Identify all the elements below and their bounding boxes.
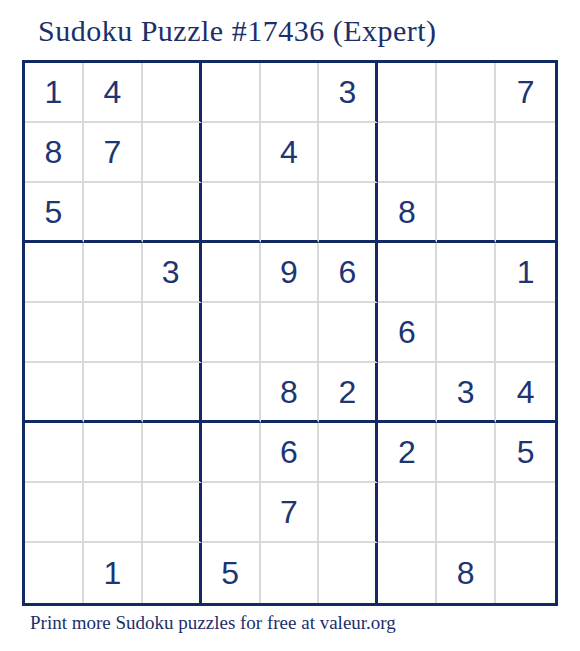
cell-r1c2[interactable]: 4 [84, 63, 143, 123]
cell-r3c9[interactable] [496, 183, 555, 243]
cell-r1c1[interactable]: 1 [25, 63, 84, 123]
cell-r2c4[interactable] [202, 123, 261, 183]
cell-r9c3[interactable] [143, 543, 202, 603]
cell-r9c6[interactable] [319, 543, 378, 603]
cell-r6c7[interactable] [378, 363, 437, 423]
cell-r1c6[interactable]: 3 [319, 63, 378, 123]
cell-r2c9[interactable] [496, 123, 555, 183]
cell-r4c1[interactable] [25, 243, 84, 303]
cell-r5c9[interactable] [496, 303, 555, 363]
cell-r3c4[interactable] [202, 183, 261, 243]
cell-r6c6[interactable]: 2 [319, 363, 378, 423]
cell-r9c7[interactable] [378, 543, 437, 603]
cell-r3c2[interactable] [84, 183, 143, 243]
cell-r8c2[interactable] [84, 483, 143, 543]
cell-r2c5[interactable]: 4 [261, 123, 320, 183]
cell-r2c1[interactable]: 8 [25, 123, 84, 183]
cell-r7c9[interactable]: 5 [496, 423, 555, 483]
cell-r2c7[interactable] [378, 123, 437, 183]
cell-r3c6[interactable] [319, 183, 378, 243]
cell-r2c6[interactable] [319, 123, 378, 183]
cell-r1c5[interactable] [261, 63, 320, 123]
cell-r6c9[interactable]: 4 [496, 363, 555, 423]
cell-r8c8[interactable] [437, 483, 496, 543]
cell-r5c4[interactable] [202, 303, 261, 363]
cell-r8c7[interactable] [378, 483, 437, 543]
cell-r7c4[interactable] [202, 423, 261, 483]
cell-r5c8[interactable] [437, 303, 496, 363]
cell-r6c4[interactable] [202, 363, 261, 423]
cell-r7c2[interactable] [84, 423, 143, 483]
cell-r8c1[interactable] [25, 483, 84, 543]
cell-r5c7[interactable]: 6 [378, 303, 437, 363]
cell-r8c6[interactable] [319, 483, 378, 543]
cell-r5c1[interactable] [25, 303, 84, 363]
cell-r7c1[interactable] [25, 423, 84, 483]
cell-r8c5[interactable]: 7 [261, 483, 320, 543]
cell-r4c9[interactable]: 1 [496, 243, 555, 303]
cell-r9c4[interactable]: 5 [202, 543, 261, 603]
cell-r2c8[interactable] [437, 123, 496, 183]
cell-r1c3[interactable] [143, 63, 202, 123]
cell-r5c3[interactable] [143, 303, 202, 363]
cell-r7c7[interactable]: 2 [378, 423, 437, 483]
cell-r9c9[interactable] [496, 543, 555, 603]
cell-r8c4[interactable] [202, 483, 261, 543]
cell-r6c3[interactable] [143, 363, 202, 423]
cell-r7c8[interactable] [437, 423, 496, 483]
cell-r5c6[interactable] [319, 303, 378, 363]
cell-r7c6[interactable] [319, 423, 378, 483]
cell-r4c4[interactable] [202, 243, 261, 303]
cell-r4c7[interactable] [378, 243, 437, 303]
cell-r9c8[interactable]: 8 [437, 543, 496, 603]
cell-r6c8[interactable]: 3 [437, 363, 496, 423]
cell-r7c3[interactable] [143, 423, 202, 483]
cell-r2c3[interactable] [143, 123, 202, 183]
cell-r4c2[interactable] [84, 243, 143, 303]
cell-r1c4[interactable] [202, 63, 261, 123]
cell-r8c9[interactable] [496, 483, 555, 543]
cell-r9c1[interactable] [25, 543, 84, 603]
cell-r2c2[interactable]: 7 [84, 123, 143, 183]
cell-r3c1[interactable]: 5 [25, 183, 84, 243]
cell-r4c6[interactable]: 6 [319, 243, 378, 303]
cell-r9c5[interactable] [261, 543, 320, 603]
cell-r3c8[interactable] [437, 183, 496, 243]
cell-r9c2[interactable]: 1 [84, 543, 143, 603]
cell-r6c5[interactable]: 8 [261, 363, 320, 423]
cell-r3c7[interactable]: 8 [378, 183, 437, 243]
cell-r1c8[interactable] [437, 63, 496, 123]
cell-r6c2[interactable] [84, 363, 143, 423]
cell-r1c9[interactable]: 7 [496, 63, 555, 123]
cell-r6c1[interactable] [25, 363, 84, 423]
cell-r8c3[interactable] [143, 483, 202, 543]
sudoku-board: 1437874583961682346257158 [22, 60, 558, 606]
cell-r3c5[interactable] [261, 183, 320, 243]
cell-r5c2[interactable] [84, 303, 143, 363]
cell-r3c3[interactable] [143, 183, 202, 243]
cell-r4c8[interactable] [437, 243, 496, 303]
footer-text: Print more Sudoku puzzles for free at va… [30, 612, 396, 634]
cell-r5c5[interactable] [261, 303, 320, 363]
cell-r7c5[interactable]: 6 [261, 423, 320, 483]
page-title: Sudoku Puzzle #17436 (Expert) [38, 14, 437, 48]
cell-r1c7[interactable] [378, 63, 437, 123]
cell-r4c3[interactable]: 3 [143, 243, 202, 303]
cell-r4c5[interactable]: 9 [261, 243, 320, 303]
